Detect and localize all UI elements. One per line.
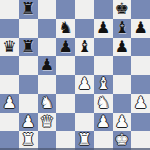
square-e2[interactable] — [75, 113, 94, 132]
black-pawn[interactable]: ♟ — [133, 19, 147, 38]
square-c7[interactable] — [38, 19, 57, 38]
square-a8[interactable] — [0, 0, 19, 19]
square-b4[interactable] — [19, 75, 38, 94]
square-b5[interactable] — [19, 56, 38, 75]
black-pawn[interactable]: ♟ — [58, 38, 72, 57]
square-g8[interactable]: ♚ — [113, 0, 132, 19]
square-b2[interactable]: ♟ — [19, 113, 38, 132]
square-b8[interactable]: ♜ — [19, 0, 38, 19]
square-e4[interactable]: ♟ — [75, 75, 94, 94]
square-a5[interactable] — [0, 56, 19, 75]
square-d5[interactable] — [56, 56, 75, 75]
chessboard-grid: ♜♚♞♟♝♟♛♜♟♝♟♟♟♝♟♞♞♟♟♛♟♟♜♜♚ — [0, 0, 150, 150]
square-e8[interactable] — [75, 0, 94, 19]
black-king[interactable]: ♚ — [115, 0, 129, 19]
square-g2[interactable]: ♟ — [113, 113, 132, 132]
square-e6[interactable]: ♝ — [75, 38, 94, 57]
white-bishop[interactable]: ♝ — [96, 75, 110, 94]
black-pawn[interactable]: ♟ — [96, 19, 110, 38]
white-pawn[interactable]: ♟ — [21, 113, 35, 132]
square-g5[interactable] — [113, 56, 132, 75]
square-g7[interactable]: ♝ — [113, 19, 132, 38]
chessboard: ♜♚♞♟♝♟♛♜♟♝♟♟♟♝♟♞♞♟♟♛♟♟♜♜♚ — [0, 0, 150, 150]
square-c2[interactable]: ♛ — [38, 113, 57, 132]
black-queen[interactable]: ♛ — [2, 38, 16, 57]
square-e7[interactable] — [75, 19, 94, 38]
white-pawn[interactable]: ♟ — [96, 113, 110, 132]
board-bottom-edge — [0, 148, 150, 150]
black-bishop[interactable]: ♝ — [115, 19, 129, 38]
square-f7[interactable]: ♟ — [94, 19, 113, 38]
black-rook[interactable]: ♜ — [21, 0, 35, 19]
black-rook[interactable]: ♜ — [21, 38, 35, 57]
square-d3[interactable] — [56, 94, 75, 113]
white-queen[interactable]: ♛ — [40, 113, 54, 132]
square-b6[interactable]: ♜ — [19, 38, 38, 57]
square-a7[interactable] — [0, 19, 19, 38]
square-a4[interactable] — [0, 75, 19, 94]
white-pawn[interactable]: ♟ — [133, 94, 147, 113]
square-e5[interactable] — [75, 56, 94, 75]
square-d6[interactable]: ♟ — [56, 38, 75, 57]
square-a6[interactable]: ♛ — [0, 38, 19, 57]
square-f5[interactable] — [94, 56, 113, 75]
square-h5[interactable] — [131, 56, 150, 75]
white-pawn[interactable]: ♟ — [115, 113, 129, 132]
square-h6[interactable] — [131, 38, 150, 57]
square-h2[interactable] — [131, 113, 150, 132]
square-g4[interactable] — [113, 75, 132, 94]
square-f4[interactable]: ♝ — [94, 75, 113, 94]
square-b3[interactable] — [19, 94, 38, 113]
square-e3[interactable] — [75, 94, 94, 113]
square-c5[interactable]: ♟ — [38, 56, 57, 75]
white-pawn[interactable]: ♟ — [77, 75, 91, 94]
black-pawn[interactable]: ♟ — [40, 56, 54, 75]
square-a3[interactable]: ♟ — [0, 94, 19, 113]
square-b7[interactable] — [19, 19, 38, 38]
square-f8[interactable] — [94, 0, 113, 19]
square-c8[interactable] — [38, 0, 57, 19]
square-f3[interactable]: ♞ — [94, 94, 113, 113]
square-h8[interactable] — [131, 0, 150, 19]
square-c6[interactable] — [38, 38, 57, 57]
black-knight[interactable]: ♞ — [58, 19, 72, 38]
black-bishop[interactable]: ♝ — [77, 38, 91, 57]
square-f6[interactable] — [94, 38, 113, 57]
square-g6[interactable]: ♟ — [113, 38, 132, 57]
square-c3[interactable]: ♞ — [38, 94, 57, 113]
white-knight[interactable]: ♞ — [96, 94, 110, 113]
square-h7[interactable]: ♟ — [131, 19, 150, 38]
square-d8[interactable] — [56, 0, 75, 19]
square-c4[interactable] — [38, 75, 57, 94]
square-h4[interactable] — [131, 75, 150, 94]
square-d2[interactable] — [56, 113, 75, 132]
square-h3[interactable]: ♟ — [131, 94, 150, 113]
white-knight[interactable]: ♞ — [40, 94, 54, 113]
square-d7[interactable]: ♞ — [56, 19, 75, 38]
square-d4[interactable] — [56, 75, 75, 94]
square-g3[interactable] — [113, 94, 132, 113]
square-f2[interactable]: ♟ — [94, 113, 113, 132]
white-pawn[interactable]: ♟ — [2, 94, 16, 113]
square-a2[interactable] — [0, 113, 19, 132]
black-pawn[interactable]: ♟ — [115, 38, 129, 57]
